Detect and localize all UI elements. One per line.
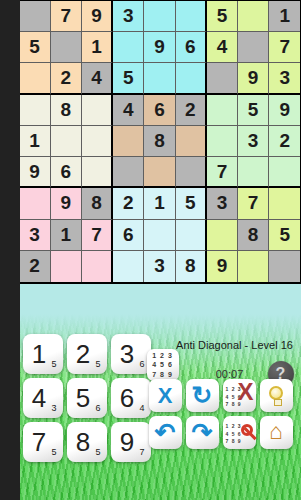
cell-r6c5[interactable]: [144, 157, 175, 188]
cell-r3c4[interactable]: 5: [113, 63, 144, 94]
cell-r8c3[interactable]: 7: [82, 220, 113, 251]
cell-r6c8[interactable]: [238, 157, 269, 188]
cell-r2c1[interactable]: 5: [20, 32, 51, 63]
cell-r3c2[interactable]: 2: [51, 63, 82, 94]
digit-label: 9: [120, 429, 134, 455]
cell-r2c3[interactable]: 1: [82, 32, 113, 63]
cell-r6c2[interactable]: 6: [51, 157, 82, 188]
cell-r1c1[interactable]: [20, 1, 51, 32]
cell-r8c9[interactable]: 5: [269, 220, 300, 251]
home-button[interactable]: ⌂: [260, 416, 293, 449]
digit-6-button[interactable]: 64: [111, 378, 151, 418]
home-icon: ⌂: [269, 420, 283, 443]
redo-button[interactable]: ↷: [186, 416, 219, 449]
undo-button[interactable]: ↶: [149, 416, 182, 449]
cell-r4c5[interactable]: 6: [144, 95, 175, 126]
cell-r3c1[interactable]: [20, 63, 51, 94]
cell-r2c9[interactable]: 7: [269, 32, 300, 63]
numpad: 152536435664758597: [23, 334, 151, 462]
cell-r4c1[interactable]: [20, 95, 51, 126]
digit-5-button[interactable]: 56: [67, 378, 107, 418]
cell-r7c5[interactable]: 1: [144, 188, 175, 219]
digit-label: 2: [76, 341, 90, 367]
digit-3-button[interactable]: 36: [111, 334, 151, 374]
cell-r7c8[interactable]: 7: [238, 188, 269, 219]
cell-r4c2[interactable]: 8: [51, 95, 82, 126]
red-x-icon: X: [237, 378, 253, 407]
remaining-count-label: 4: [139, 403, 144, 413]
remaining-count-label: 5: [51, 359, 56, 369]
digit-label: 6: [120, 385, 134, 411]
cell-r7c3[interactable]: 8: [82, 188, 113, 219]
cell-r7c9[interactable]: [269, 188, 300, 219]
prohibition-icon: [241, 424, 253, 436]
clear-x-icon: X: [158, 385, 173, 407]
cell-r9c1[interactable]: 2: [20, 251, 51, 282]
cell-r1c9[interactable]: 1: [269, 1, 300, 32]
cell-r5c1[interactable]: 1: [20, 126, 51, 157]
hint-button[interactable]: [260, 379, 293, 412]
cell-r8c8[interactable]: 8: [238, 220, 269, 251]
digit-label: 1: [32, 341, 46, 367]
cell-r2c4[interactable]: [113, 32, 144, 63]
digit-4-button[interactable]: 43: [23, 378, 63, 418]
cell-r1c7[interactable]: 5: [207, 1, 238, 32]
cell-r9c5[interactable]: 3: [144, 251, 175, 282]
pencilmarks-icon: 1 2 34 5 67 8 9: [226, 423, 242, 446]
redo-circle-icon: ↻: [192, 383, 213, 408]
cell-r2c7[interactable]: 4: [207, 32, 238, 63]
cell-r7c2[interactable]: 9: [51, 188, 82, 219]
cell-r5c9[interactable]: 2: [269, 126, 300, 157]
cell-r7c6[interactable]: 5: [176, 188, 207, 219]
cell-r8c2[interactable]: 1: [51, 220, 82, 251]
cell-r8c5[interactable]: [144, 220, 175, 251]
digit-label: 5: [76, 385, 90, 411]
cell-r5c5[interactable]: 8: [144, 126, 175, 157]
cell-r3c8[interactable]: 9: [238, 63, 269, 94]
remaining-count-label: 6: [95, 403, 100, 413]
cell-r9c3[interactable]: [82, 251, 113, 282]
game-title: Anti Diagonal - Level 16: [170, 339, 300, 351]
cell-r1c3[interactable]: 9: [82, 1, 113, 32]
cell-r9c9[interactable]: [269, 251, 300, 282]
cell-r7c1[interactable]: [20, 188, 51, 219]
cell-r8c6[interactable]: [176, 220, 207, 251]
cell-r3c9[interactable]: 3: [269, 63, 300, 94]
digit-label: 3: [120, 341, 134, 367]
restart-button[interactable]: ↻: [186, 379, 219, 412]
cell-r4c9[interactable]: 9: [269, 95, 300, 126]
cell-r5c2[interactable]: [51, 126, 82, 157]
clear-cell-button[interactable]: X: [149, 379, 182, 412]
cell-r3c7[interactable]: [207, 63, 238, 94]
digit-label: 8: [76, 429, 90, 455]
cell-r9c2[interactable]: [51, 251, 82, 282]
cell-r6c1[interactable]: 9: [20, 157, 51, 188]
undo-icon: ↶: [155, 420, 176, 445]
remaining-count-label: 5: [51, 447, 56, 457]
cell-r6c7[interactable]: 7: [207, 157, 238, 188]
cell-r1c2[interactable]: 7: [51, 1, 82, 32]
cell-r1c4[interactable]: 3: [113, 1, 144, 32]
sudoku-app-screen: 7935151964724593846259183296798215373176…: [20, 0, 301, 500]
remaining-count-label: 6: [139, 359, 144, 369]
lightbulb-icon: [269, 386, 283, 400]
cell-r8c1[interactable]: 3: [20, 220, 51, 251]
redo-icon: ↷: [192, 420, 213, 445]
cell-r5c4[interactable]: [113, 126, 144, 157]
cell-r3c5[interactable]: [144, 63, 175, 94]
cell-r5c6[interactable]: [176, 126, 207, 157]
clear-notes-button[interactable]: 1 2 34 5 67 8 9 X: [223, 379, 256, 412]
cell-r4c6[interactable]: 2: [176, 95, 207, 126]
cell-r7c7[interactable]: 3: [207, 188, 238, 219]
digit-2-button[interactable]: 25: [67, 334, 107, 374]
digit-7-button[interactable]: 75: [23, 422, 63, 462]
cell-r6c6[interactable]: [176, 157, 207, 188]
cell-r9c8[interactable]: [238, 251, 269, 282]
cell-r3c3[interactable]: 4: [82, 63, 113, 94]
digit-1-button[interactable]: 15: [23, 334, 63, 374]
notes-off-button[interactable]: 1 2 34 5 67 8 9: [223, 416, 256, 449]
digit-label: 4: [32, 385, 46, 411]
cell-r4c4[interactable]: 4: [113, 95, 144, 126]
cell-r8c7[interactable]: [207, 220, 238, 251]
cell-r4c7[interactable]: [207, 95, 238, 126]
digit-label: 7: [32, 429, 46, 455]
cell-r1c6[interactable]: [176, 1, 207, 32]
cell-r6c4[interactable]: [113, 157, 144, 188]
cell-r9c4[interactable]: [113, 251, 144, 282]
digit-8-button[interactable]: 85: [67, 422, 107, 462]
cell-r6c3[interactable]: [82, 157, 113, 188]
cell-r2c6[interactable]: 6: [176, 32, 207, 63]
remaining-count-label: 7: [139, 447, 144, 457]
control-panel: 152536435664758597 1 2 34 5 67 8 9 Anti …: [20, 284, 301, 500]
cell-r6c9[interactable]: [269, 157, 300, 188]
cell-r8c4[interactable]: 6: [113, 220, 144, 251]
digit-9-button[interactable]: 97: [111, 422, 151, 462]
cell-r9c6[interactable]: 8: [176, 251, 207, 282]
cell-r5c8[interactable]: 3: [238, 126, 269, 157]
cell-r1c5[interactable]: [144, 1, 175, 32]
remaining-count-label: 3: [51, 403, 56, 413]
cell-r4c3[interactable]: [82, 95, 113, 126]
cell-r1c8[interactable]: [238, 1, 269, 32]
action-buttons: X ↻ 1 2 34 5 67 8 9 X ↶ ↷ 1 2 34 5 67 8 …: [149, 379, 293, 449]
remaining-count-label: 5: [95, 447, 100, 457]
cell-r2c5[interactable]: 9: [144, 32, 175, 63]
cell-r9c7[interactable]: 9: [207, 251, 238, 282]
sudoku-board: 7935151964724593846259183296798215373176…: [20, 0, 301, 284]
cell-r2c2[interactable]: [51, 32, 82, 63]
cell-r7c4[interactable]: 2: [113, 188, 144, 219]
cell-r3c6[interactable]: [176, 63, 207, 94]
cell-r2c8[interactable]: [238, 32, 269, 63]
cell-r5c3[interactable]: [82, 126, 113, 157]
remaining-count-label: 5: [95, 359, 100, 369]
cell-r5c7[interactable]: [207, 126, 238, 157]
cell-r4c8[interactable]: 5: [238, 95, 269, 126]
